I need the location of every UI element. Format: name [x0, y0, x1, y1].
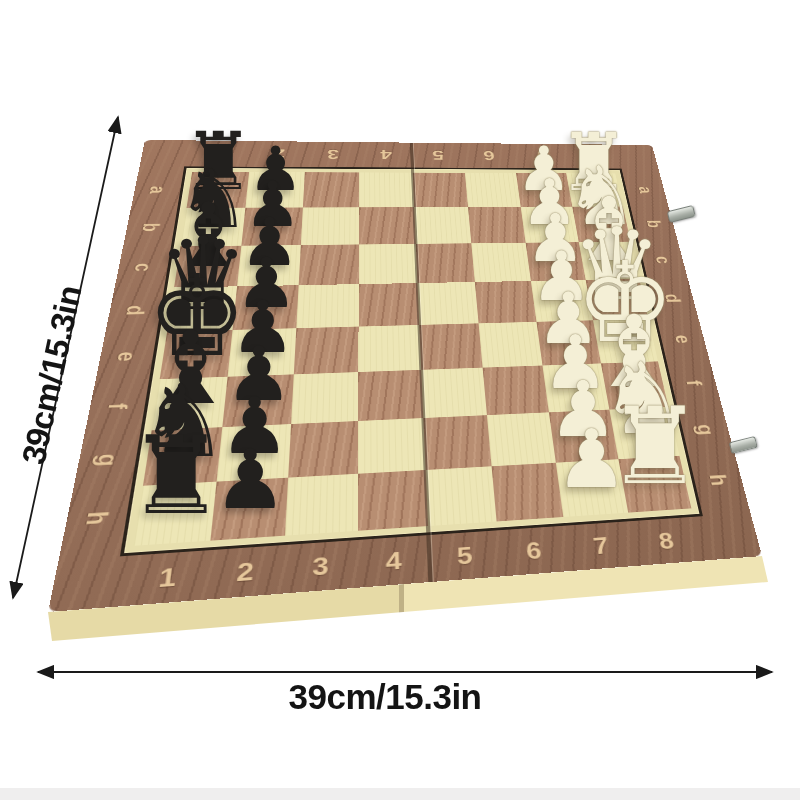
square-d3[interactable]	[296, 284, 358, 328]
square-c5[interactable]	[416, 243, 475, 283]
rank-label-top-3: 3	[327, 148, 339, 161]
square-h6[interactable]	[492, 463, 564, 522]
square-c4[interactable]	[359, 244, 418, 284]
square-e6[interactable]	[479, 322, 543, 368]
square-b3[interactable]	[301, 207, 359, 245]
rank-label-top-5: 5	[432, 149, 444, 162]
rank-label-bottom-6: 6	[525, 538, 543, 563]
square-h3[interactable]	[285, 474, 358, 536]
square-a4[interactable]	[359, 172, 414, 207]
floor-shadow-strip	[0, 788, 800, 800]
piece-white-pawn-h7[interactable]: ♟	[555, 419, 628, 500]
product-photo-chess-set: aa11bb22cc33dd44ee55ff66gg77hh88 ♜♞♝♛♚♝♞…	[0, 0, 800, 800]
square-h4[interactable]	[358, 470, 428, 531]
latch-icon	[729, 436, 758, 454]
rank-label-bottom-5: 5	[456, 543, 473, 568]
square-f5[interactable]	[421, 368, 487, 418]
rank-label-bottom-4: 4	[385, 548, 402, 574]
square-e4[interactable]	[358, 325, 421, 372]
square-f6[interactable]	[483, 365, 549, 415]
square-e3[interactable]	[294, 327, 359, 375]
square-b6[interactable]	[468, 207, 526, 243]
square-c3[interactable]	[299, 244, 359, 285]
square-h5[interactable]	[426, 466, 497, 526]
file-label-left-h: h	[81, 510, 112, 525]
height-dimension-label: 39cm/15.3in	[15, 282, 90, 468]
square-a6[interactable]	[465, 173, 521, 207]
square-g4[interactable]	[358, 418, 426, 474]
square-d4[interactable]	[359, 283, 420, 327]
file-label-left-g: g	[93, 453, 123, 467]
rank-label-bottom-1: 1	[157, 564, 178, 591]
latch-icon	[667, 205, 696, 223]
file-label-left-f: f	[104, 402, 131, 409]
square-g6[interactable]	[487, 412, 556, 466]
file-label-left-e: e	[113, 351, 140, 362]
square-b5[interactable]	[414, 207, 471, 244]
square-c6[interactable]	[471, 243, 531, 282]
piece-black-rook-h1[interactable]: ♜	[128, 422, 225, 530]
square-g3[interactable]	[288, 421, 358, 478]
square-a5[interactable]	[413, 173, 468, 207]
rank-label-top-6: 6	[482, 149, 495, 162]
square-g5[interactable]	[423, 415, 491, 470]
square-d6[interactable]	[475, 281, 537, 323]
rank-label-top-4: 4	[380, 148, 392, 161]
file-label-left-a: a	[146, 186, 169, 193]
rank-label-bottom-3: 3	[312, 553, 329, 579]
file-label-right-h: h	[705, 473, 730, 486]
square-f3[interactable]	[291, 372, 358, 424]
square-f4[interactable]	[358, 370, 423, 421]
square-a3[interactable]	[303, 172, 359, 207]
square-d5[interactable]	[417, 282, 478, 325]
rank-label-bottom-2: 2	[236, 558, 255, 585]
width-dimension-label: 39cm/15.3in	[289, 677, 482, 717]
square-e5[interactable]	[419, 323, 482, 369]
square-b4[interactable]	[359, 207, 416, 244]
